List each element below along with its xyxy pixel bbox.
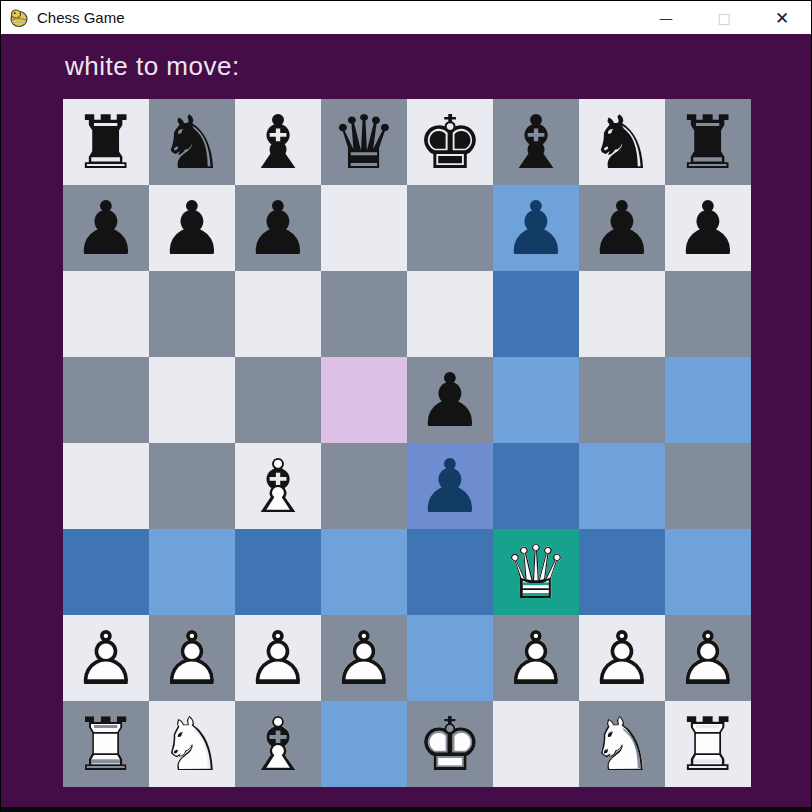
square-d6[interactable] bbox=[321, 271, 407, 357]
square-h8[interactable]: ♜ bbox=[665, 99, 751, 185]
square-a8[interactable]: ♜ bbox=[63, 99, 149, 185]
chess-board: ♜♞♝♛♚♝♞♜♟♟♟♟♟♟♟♝♗♟♛♕♟♙♟♙♟♙♟♙♟♙♟♙♟♙♜♖♞♘♝♗… bbox=[63, 99, 751, 787]
square-b2[interactable]: ♟♙ bbox=[149, 615, 235, 701]
square-c3[interactable] bbox=[235, 529, 321, 615]
square-d4[interactable] bbox=[321, 443, 407, 529]
square-b4[interactable] bbox=[149, 443, 235, 529]
close-button[interactable]: ✕ bbox=[753, 1, 811, 34]
square-d7[interactable] bbox=[321, 185, 407, 271]
square-f1[interactable] bbox=[493, 701, 579, 787]
square-d5[interactable] bbox=[321, 357, 407, 443]
square-d8[interactable]: ♛ bbox=[321, 99, 407, 185]
square-e5[interactable]: ♟ bbox=[407, 357, 493, 443]
square-g1[interactable]: ♞♘ bbox=[579, 701, 665, 787]
square-h4[interactable] bbox=[665, 443, 751, 529]
piece-black-knight: ♞ bbox=[149, 99, 235, 185]
square-c5[interactable] bbox=[235, 357, 321, 443]
square-d3[interactable] bbox=[321, 529, 407, 615]
title-bar[interactable]: Chess Game — □ ✕ bbox=[1, 1, 811, 34]
square-h1[interactable]: ♜♖ bbox=[665, 701, 751, 787]
square-a5[interactable] bbox=[63, 357, 149, 443]
square-c6[interactable] bbox=[235, 271, 321, 357]
piece-white-rook: ♜♖ bbox=[665, 701, 751, 787]
piece-black-rook: ♜ bbox=[665, 99, 751, 185]
piece-black-bishop: ♝ bbox=[493, 99, 579, 185]
square-a4[interactable] bbox=[63, 443, 149, 529]
square-c8[interactable]: ♝ bbox=[235, 99, 321, 185]
square-f6[interactable] bbox=[493, 271, 579, 357]
square-e4[interactable]: ♟ bbox=[407, 443, 493, 529]
piece-white-pawn: ♟♙ bbox=[493, 615, 579, 701]
piece-black-pawn: ♟ bbox=[407, 357, 493, 443]
square-g6[interactable] bbox=[579, 271, 665, 357]
square-e3[interactable] bbox=[407, 529, 493, 615]
square-g4[interactable] bbox=[579, 443, 665, 529]
square-e7[interactable] bbox=[407, 185, 493, 271]
square-a3[interactable] bbox=[63, 529, 149, 615]
square-f8[interactable]: ♝ bbox=[493, 99, 579, 185]
piece-black-pawn: ♟ bbox=[235, 185, 321, 271]
square-e2[interactable] bbox=[407, 615, 493, 701]
piece-black-pawn: ♟ bbox=[493, 185, 579, 271]
square-f4[interactable] bbox=[493, 443, 579, 529]
window-title: Chess Game bbox=[37, 9, 125, 26]
square-h3[interactable] bbox=[665, 529, 751, 615]
minimize-button[interactable]: — bbox=[637, 1, 695, 34]
square-g8[interactable]: ♞ bbox=[579, 99, 665, 185]
square-b1[interactable]: ♞♘ bbox=[149, 701, 235, 787]
piece-black-king: ♚ bbox=[407, 99, 493, 185]
piece-black-knight: ♞ bbox=[579, 99, 665, 185]
piece-black-pawn: ♟ bbox=[665, 185, 751, 271]
piece-white-pawn: ♟♙ bbox=[149, 615, 235, 701]
square-e1[interactable]: ♚♔ bbox=[407, 701, 493, 787]
square-b7[interactable]: ♟ bbox=[149, 185, 235, 271]
square-f7[interactable]: ♟ bbox=[493, 185, 579, 271]
square-g7[interactable]: ♟ bbox=[579, 185, 665, 271]
piece-white-king: ♚♔ bbox=[407, 701, 493, 787]
piece-black-rook: ♜ bbox=[63, 99, 149, 185]
square-g5[interactable] bbox=[579, 357, 665, 443]
square-f2[interactable]: ♟♙ bbox=[493, 615, 579, 701]
piece-black-pawn: ♟ bbox=[63, 185, 149, 271]
piece-black-bishop: ♝ bbox=[235, 99, 321, 185]
maximize-button[interactable]: □ bbox=[695, 1, 753, 34]
piece-white-pawn: ♟♙ bbox=[665, 615, 751, 701]
piece-white-knight: ♞♘ bbox=[579, 701, 665, 787]
square-h5[interactable] bbox=[665, 357, 751, 443]
square-a7[interactable]: ♟ bbox=[63, 185, 149, 271]
piece-black-pawn: ♟ bbox=[407, 443, 493, 529]
piece-white-queen: ♛♕ bbox=[493, 529, 579, 615]
square-f5[interactable] bbox=[493, 357, 579, 443]
piece-white-pawn: ♟♙ bbox=[321, 615, 407, 701]
square-h7[interactable]: ♟ bbox=[665, 185, 751, 271]
square-a1[interactable]: ♜♖ bbox=[63, 701, 149, 787]
window-bottom-border bbox=[1, 807, 811, 812]
piece-black-pawn: ♟ bbox=[579, 185, 665, 271]
piece-white-bishop: ♝♗ bbox=[235, 701, 321, 787]
piece-black-queen: ♛ bbox=[321, 99, 407, 185]
square-h6[interactable] bbox=[665, 271, 751, 357]
piece-white-pawn: ♟♙ bbox=[63, 615, 149, 701]
square-d1[interactable] bbox=[321, 701, 407, 787]
status-band: white to move: bbox=[1, 34, 811, 99]
square-a2[interactable]: ♟♙ bbox=[63, 615, 149, 701]
square-g2[interactable]: ♟♙ bbox=[579, 615, 665, 701]
square-c1[interactable]: ♝♗ bbox=[235, 701, 321, 787]
square-a6[interactable] bbox=[63, 271, 149, 357]
square-c2[interactable]: ♟♙ bbox=[235, 615, 321, 701]
square-d2[interactable]: ♟♙ bbox=[321, 615, 407, 701]
square-g3[interactable] bbox=[579, 529, 665, 615]
piece-white-rook: ♜♖ bbox=[63, 701, 149, 787]
square-e8[interactable]: ♚ bbox=[407, 99, 493, 185]
square-e6[interactable] bbox=[407, 271, 493, 357]
square-c7[interactable]: ♟ bbox=[235, 185, 321, 271]
square-b6[interactable] bbox=[149, 271, 235, 357]
square-b8[interactable]: ♞ bbox=[149, 99, 235, 185]
square-b3[interactable] bbox=[149, 529, 235, 615]
turn-status-text: white to move: bbox=[65, 51, 240, 82]
app-window: Chess Game — □ ✕ white to move: ♜♞♝♛♚♝♞♜… bbox=[0, 0, 812, 812]
square-f3[interactable]: ♛♕ bbox=[493, 529, 579, 615]
python-app-icon bbox=[9, 8, 29, 28]
square-b5[interactable] bbox=[149, 357, 235, 443]
piece-white-pawn: ♟♙ bbox=[579, 615, 665, 701]
piece-white-pawn: ♟♙ bbox=[235, 615, 321, 701]
piece-black-pawn: ♟ bbox=[149, 185, 235, 271]
window-controls: — □ ✕ bbox=[637, 1, 811, 34]
piece-white-knight: ♞♘ bbox=[149, 701, 235, 787]
piece-white-bishop: ♝♗ bbox=[235, 443, 321, 529]
square-h2[interactable]: ♟♙ bbox=[665, 615, 751, 701]
square-c4[interactable]: ♝♗ bbox=[235, 443, 321, 529]
